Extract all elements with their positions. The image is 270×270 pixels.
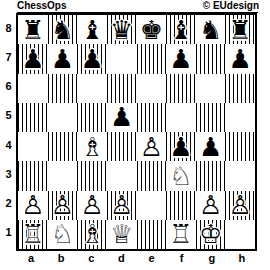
piece-white-bishop: ♗ <box>80 134 103 160</box>
square-f3: ♘ <box>166 161 196 190</box>
square-b7: ♟ <box>48 44 78 73</box>
piece-black-rook: ♜ <box>21 17 44 43</box>
square-d2: ♙ <box>107 191 137 220</box>
square-c2: ♙ <box>77 191 107 220</box>
square-g8: ♞ <box>196 15 226 44</box>
square-a3 <box>18 161 48 190</box>
square-b3 <box>48 161 78 190</box>
piece-black-pawn: ♟ <box>199 134 222 160</box>
piece-black-pawn: ♟ <box>21 46 44 72</box>
piece-white-queen: ♕ <box>110 221 133 247</box>
square-g7 <box>196 44 226 73</box>
square-g5 <box>196 103 226 132</box>
rank-label-5: 5 <box>2 101 15 130</box>
square-e5 <box>137 103 167 132</box>
piece-black-bishop: ♝ <box>80 17 103 43</box>
square-c7: ♟ <box>77 44 107 73</box>
piece-black-pawn: ♟ <box>169 134 192 160</box>
rank-label-3: 3 <box>2 159 15 188</box>
file-label-g: g <box>197 250 227 266</box>
square-d6 <box>107 74 137 103</box>
piece-black-pawn: ♟ <box>80 46 103 72</box>
square-d3 <box>107 161 137 190</box>
square-a4 <box>18 132 48 161</box>
piece-white-pawn: ♙ <box>229 192 252 218</box>
square-a1: ♖ <box>18 220 48 249</box>
credit-label: © EUdesign <box>203 0 259 11</box>
rank-label-6: 6 <box>2 72 15 101</box>
file-label-h: h <box>227 250 257 266</box>
rank-labels: 87654321 <box>2 13 15 247</box>
square-e2 <box>137 191 167 220</box>
square-b2: ♙ <box>48 191 78 220</box>
rank-label-2: 2 <box>2 189 15 218</box>
piece-white-pawn: ♙ <box>140 134 163 160</box>
piece-black-pawn: ♟ <box>110 104 133 130</box>
square-c6 <box>77 74 107 103</box>
square-c8: ♝ <box>77 15 107 44</box>
square-a5 <box>18 103 48 132</box>
square-h4 <box>225 132 255 161</box>
square-h7: ♟ <box>225 44 255 73</box>
file-label-b: b <box>46 250 76 266</box>
square-d4 <box>107 132 137 161</box>
square-b8: ♞ <box>48 15 78 44</box>
piece-white-rook: ♖ <box>169 221 192 247</box>
rank-label-7: 7 <box>2 42 15 71</box>
piece-white-pawn: ♙ <box>80 192 103 218</box>
square-b1: ♘ <box>48 220 78 249</box>
square-e8: ♚ <box>137 15 167 44</box>
square-g2: ♙ <box>196 191 226 220</box>
piece-white-rook: ♖ <box>21 221 44 247</box>
piece-white-pawn: ♙ <box>110 192 133 218</box>
square-h1 <box>225 220 255 249</box>
square-a6 <box>18 74 48 103</box>
piece-black-king: ♚ <box>140 17 163 43</box>
square-d8: ♛ <box>107 15 137 44</box>
piece-white-pawn: ♙ <box>199 192 222 218</box>
piece-black-rook: ♜ <box>229 17 252 43</box>
rank-label-1: 1 <box>2 218 15 247</box>
file-label-a: a <box>16 250 46 266</box>
square-e1 <box>137 220 167 249</box>
square-f8: ♝ <box>166 15 196 44</box>
rank-label-4: 4 <box>2 130 15 159</box>
file-label-f: f <box>167 250 197 266</box>
square-f5 <box>166 103 196 132</box>
piece-black-bishop: ♝ <box>169 17 192 43</box>
square-c4: ♗ <box>77 132 107 161</box>
square-e3 <box>137 161 167 190</box>
piece-white-knight: ♘ <box>51 221 74 247</box>
piece-white-bishop: ♗ <box>80 221 103 247</box>
square-b6 <box>48 74 78 103</box>
square-a2: ♙ <box>18 191 48 220</box>
square-g3 <box>196 161 226 190</box>
piece-white-pawn: ♙ <box>51 192 74 218</box>
square-h2: ♙ <box>225 191 255 220</box>
file-label-e: e <box>137 250 167 266</box>
square-a7: ♟ <box>18 44 48 73</box>
square-b4 <box>48 132 78 161</box>
piece-white-knight: ♘ <box>169 163 192 189</box>
piece-white-king: ♔ <box>199 221 222 247</box>
app-title: ChessOps <box>17 0 66 11</box>
file-label-d: d <box>106 250 136 266</box>
square-b5 <box>48 103 78 132</box>
square-h5 <box>225 103 255 132</box>
square-g4: ♟ <box>196 132 226 161</box>
chess-board-frame: ♜♞♝♛♚♝♞♜♟♟♟♟♟♟♗♙♟♟♘♙♙♙♙♙♙♖♘♗♕♖♔ <box>16 13 257 251</box>
square-e4: ♙ <box>137 132 167 161</box>
square-a8: ♜ <box>18 15 48 44</box>
file-label-c: c <box>76 250 106 266</box>
piece-black-knight: ♞ <box>51 17 74 43</box>
square-f2 <box>166 191 196 220</box>
square-d1: ♕ <box>107 220 137 249</box>
square-e6 <box>137 74 167 103</box>
square-e7 <box>137 44 167 73</box>
piece-black-pawn: ♟ <box>229 46 252 72</box>
square-g6 <box>196 74 226 103</box>
file-labels: abcdefgh <box>16 250 257 266</box>
square-c3 <box>77 161 107 190</box>
square-f1: ♖ <box>166 220 196 249</box>
piece-black-queen: ♛ <box>110 17 133 43</box>
square-h8: ♜ <box>225 15 255 44</box>
piece-black-pawn: ♟ <box>169 46 192 72</box>
square-f6 <box>166 74 196 103</box>
square-f7: ♟ <box>166 44 196 73</box>
square-d5: ♟ <box>107 103 137 132</box>
piece-black-knight: ♞ <box>199 17 222 43</box>
rank-label-8: 8 <box>2 13 15 42</box>
square-c1: ♗ <box>77 220 107 249</box>
piece-white-pawn: ♙ <box>21 192 44 218</box>
square-g1: ♔ <box>196 220 226 249</box>
chess-board: ♜♞♝♛♚♝♞♜♟♟♟♟♟♟♗♙♟♟♘♙♙♙♙♙♙♖♘♗♕♖♔ <box>18 15 255 249</box>
square-f4: ♟ <box>166 132 196 161</box>
square-c5 <box>77 103 107 132</box>
chessops-diagram: ChessOps © EUdesign 87654321 ♜♞♝♛♚♝♞♜♟♟♟… <box>0 0 270 270</box>
square-h3 <box>225 161 255 190</box>
square-h6 <box>225 74 255 103</box>
piece-black-pawn: ♟ <box>51 46 74 72</box>
square-d7 <box>107 44 137 73</box>
